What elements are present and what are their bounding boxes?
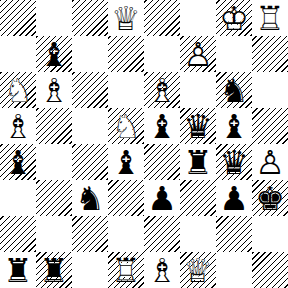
square-h8[interactable]: ♜♖ xyxy=(252,0,288,36)
square-b4[interactable] xyxy=(36,144,72,180)
piece-glyph: ♚ xyxy=(252,180,288,216)
square-c5[interactable] xyxy=(72,108,108,144)
piece-black-rook[interactable]: ♜♜ xyxy=(180,144,216,180)
piece-black-bishop[interactable]: ♝♝ xyxy=(216,108,252,144)
piece-white-pawn[interactable]: ♟♙ xyxy=(252,144,288,180)
square-f7[interactable]: ♟♙ xyxy=(180,36,216,72)
square-g1[interactable] xyxy=(216,252,252,288)
piece-black-pawn[interactable]: ♟♟ xyxy=(216,180,252,216)
piece-glyph: ♜ xyxy=(36,252,72,288)
square-b7[interactable]: ♝♝ xyxy=(36,36,72,72)
piece-glyph: ♗ xyxy=(0,108,36,144)
square-d4[interactable]: ♝♝ xyxy=(108,144,144,180)
piece-white-knight[interactable]: ♞♘ xyxy=(108,108,144,144)
piece-glyph: ♛ xyxy=(216,144,252,180)
piece-glyph: ♗ xyxy=(144,72,180,108)
piece-white-queen[interactable]: ♛♕ xyxy=(180,252,216,288)
square-a4[interactable]: ♝♝ xyxy=(0,144,36,180)
square-b2[interactable] xyxy=(36,216,72,252)
square-a5[interactable]: ♝♗ xyxy=(0,108,36,144)
piece-black-bishop[interactable]: ♝♝ xyxy=(144,108,180,144)
piece-white-king[interactable]: ♚♔ xyxy=(216,0,252,36)
square-e1[interactable]: ♝♗ xyxy=(144,252,180,288)
square-e3[interactable]: ♟♟ xyxy=(144,180,180,216)
piece-glyph: ♖ xyxy=(108,252,144,288)
square-d2[interactable] xyxy=(108,216,144,252)
square-c6[interactable] xyxy=(72,72,108,108)
piece-glyph: ♟ xyxy=(144,180,180,216)
square-g2[interactable] xyxy=(216,216,252,252)
chess-diagram: ♛♕♚♔♜♖♝♝♟♙♞♘♝♗♝♗♞♞♝♗♞♘♝♝♛♛♝♝♝♝♝♝♜♜♛♛♟♙♞♞… xyxy=(0,0,288,288)
piece-glyph: ♟ xyxy=(216,180,252,216)
piece-glyph: ♘ xyxy=(0,72,36,108)
square-e7[interactable] xyxy=(144,36,180,72)
square-h5[interactable] xyxy=(252,108,288,144)
square-a2[interactable] xyxy=(0,216,36,252)
piece-black-king[interactable]: ♚♚ xyxy=(252,180,288,216)
piece-black-queen[interactable]: ♛♛ xyxy=(216,144,252,180)
square-g4[interactable]: ♛♛ xyxy=(216,144,252,180)
square-e8[interactable] xyxy=(144,0,180,36)
piece-glyph: ♜ xyxy=(180,144,216,180)
piece-glyph: ♛ xyxy=(180,108,216,144)
piece-glyph: ♖ xyxy=(252,0,288,36)
square-d8[interactable]: ♛♕ xyxy=(108,0,144,36)
square-a3[interactable] xyxy=(0,180,36,216)
square-b3[interactable] xyxy=(36,180,72,216)
square-g7[interactable] xyxy=(216,36,252,72)
piece-white-pawn[interactable]: ♟♙ xyxy=(180,36,216,72)
square-g8[interactable]: ♚♔ xyxy=(216,0,252,36)
piece-glyph: ♝ xyxy=(144,108,180,144)
square-e2[interactable] xyxy=(144,216,180,252)
square-d7[interactable] xyxy=(108,36,144,72)
square-c2[interactable] xyxy=(72,216,108,252)
square-a6[interactable]: ♞♘ xyxy=(0,72,36,108)
square-f6[interactable] xyxy=(180,72,216,108)
square-d5[interactable]: ♞♘ xyxy=(108,108,144,144)
piece-glyph: ♔ xyxy=(216,0,252,36)
square-c7[interactable] xyxy=(72,36,108,72)
square-f5[interactable]: ♛♛ xyxy=(180,108,216,144)
square-h4[interactable]: ♟♙ xyxy=(252,144,288,180)
square-d6[interactable] xyxy=(108,72,144,108)
square-c4[interactable] xyxy=(72,144,108,180)
piece-glyph: ♝ xyxy=(0,144,36,180)
square-e5[interactable]: ♝♝ xyxy=(144,108,180,144)
square-f3[interactable] xyxy=(180,180,216,216)
square-h3[interactable]: ♚♚ xyxy=(252,180,288,216)
square-b1[interactable]: ♜♜ xyxy=(36,252,72,288)
square-e4[interactable] xyxy=(144,144,180,180)
piece-glyph: ♝ xyxy=(216,108,252,144)
piece-white-rook[interactable]: ♜♖ xyxy=(108,252,144,288)
square-h7[interactable] xyxy=(252,36,288,72)
square-g5[interactable]: ♝♝ xyxy=(216,108,252,144)
piece-black-bishop[interactable]: ♝♝ xyxy=(108,144,144,180)
piece-glyph: ♝ xyxy=(36,36,72,72)
piece-glyph: ♗ xyxy=(144,252,180,288)
square-b6[interactable]: ♝♗ xyxy=(36,72,72,108)
piece-white-bishop[interactable]: ♝♗ xyxy=(144,72,180,108)
square-e6[interactable]: ♝♗ xyxy=(144,72,180,108)
piece-glyph: ♕ xyxy=(108,0,144,36)
square-f2[interactable] xyxy=(180,216,216,252)
square-f1[interactable]: ♛♕ xyxy=(180,252,216,288)
square-d1[interactable]: ♜♖ xyxy=(108,252,144,288)
square-c8[interactable] xyxy=(72,0,108,36)
piece-glyph: ♙ xyxy=(180,36,216,72)
square-f8[interactable] xyxy=(180,0,216,36)
piece-black-rook[interactable]: ♜♜ xyxy=(0,252,36,288)
piece-glyph: ♙ xyxy=(252,144,288,180)
square-b8[interactable] xyxy=(36,0,72,36)
square-c1[interactable] xyxy=(72,252,108,288)
piece-glyph: ♞ xyxy=(216,72,252,108)
piece-white-bishop[interactable]: ♝♗ xyxy=(0,108,36,144)
square-a1[interactable]: ♜♜ xyxy=(0,252,36,288)
piece-white-rook[interactable]: ♜♖ xyxy=(252,0,288,36)
square-h1[interactable] xyxy=(252,252,288,288)
piece-black-knight[interactable]: ♞♞ xyxy=(216,72,252,108)
piece-black-queen[interactable]: ♛♛ xyxy=(180,108,216,144)
piece-glyph: ♗ xyxy=(36,72,72,108)
square-b5[interactable] xyxy=(36,108,72,144)
piece-white-bishop[interactable]: ♝♗ xyxy=(36,72,72,108)
square-g6[interactable]: ♞♞ xyxy=(216,72,252,108)
piece-white-bishop[interactable]: ♝♗ xyxy=(144,252,180,288)
piece-black-rook[interactable]: ♜♜ xyxy=(36,252,72,288)
piece-white-knight[interactable]: ♞♘ xyxy=(0,72,36,108)
piece-glyph: ♝ xyxy=(108,144,144,180)
square-h2[interactable] xyxy=(252,216,288,252)
chess-board: ♛♕♚♔♜♖♝♝♟♙♞♘♝♗♝♗♞♞♝♗♞♘♝♝♛♛♝♝♝♝♝♝♜♜♛♛♟♙♞♞… xyxy=(0,0,288,288)
square-g3[interactable]: ♟♟ xyxy=(216,180,252,216)
square-f4[interactable]: ♜♜ xyxy=(180,144,216,180)
piece-black-pawn[interactable]: ♟♟ xyxy=(144,180,180,216)
square-d3[interactable] xyxy=(108,180,144,216)
square-a7[interactable] xyxy=(0,36,36,72)
square-a8[interactable] xyxy=(0,0,36,36)
piece-white-queen[interactable]: ♛♕ xyxy=(108,0,144,36)
piece-glyph: ♘ xyxy=(108,108,144,144)
piece-glyph: ♕ xyxy=(180,252,216,288)
piece-black-bishop[interactable]: ♝♝ xyxy=(0,144,36,180)
piece-black-bishop[interactable]: ♝♝ xyxy=(36,36,72,72)
piece-black-knight[interactable]: ♞♞ xyxy=(72,180,108,216)
square-h6[interactable] xyxy=(252,72,288,108)
square-c3[interactable]: ♞♞ xyxy=(72,180,108,216)
piece-glyph: ♞ xyxy=(72,180,108,216)
piece-glyph: ♜ xyxy=(0,252,36,288)
